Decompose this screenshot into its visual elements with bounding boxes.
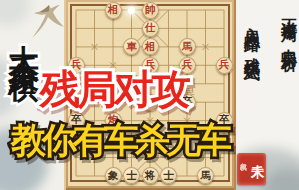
caption-secondary-text: 教你有车杀无车 — [11, 120, 228, 159]
piece-glyph: 相 — [108, 5, 119, 16]
thumbnail-stage: 大禾象棋 大禾象棋 — [0, 0, 299, 190]
piece-glyph: 士 — [163, 171, 174, 182]
piece-red-車[interactable]: 車 — [123, 38, 140, 55]
piece-glyph: 馬 — [182, 42, 193, 53]
piece-red-仕[interactable]: 仕 — [142, 20, 159, 37]
piece-red-兵[interactable]: 兵 — [216, 57, 233, 74]
piece-red-帥[interactable]: 帥 — [142, 2, 159, 19]
piece-glyph: 兵 — [219, 60, 230, 71]
caption-primary-text: 残局对攻 — [40, 67, 188, 111]
tagline-column-outer: 正谱布局 中局分析 — [279, 6, 299, 46]
piece-glyph: 馬 — [200, 171, 211, 182]
piece-glyph: 士 — [126, 171, 137, 182]
piece-glyph: 象 — [108, 171, 119, 182]
watercolor-wash — [0, 58, 20, 118]
piece-glyph: 仕 — [145, 23, 156, 34]
piece-glyph: 将 — [145, 171, 156, 182]
piece-red-相[interactable]: 相 — [105, 2, 122, 19]
piece-red-相[interactable]: 相 — [142, 38, 159, 55]
piece-black-士[interactable]: 士 — [160, 167, 177, 184]
piece-glyph: 車 — [126, 42, 137, 53]
piece-glyph: 帥 — [145, 5, 156, 16]
piece-glyph: 相 — [145, 42, 156, 53]
piece-red-馬[interactable]: 馬 — [179, 38, 196, 55]
caption-primary: 残局对攻 残局对攻 — [40, 62, 188, 117]
caption-secondary: 教你有车杀无车 教你有车杀无车 — [11, 117, 228, 164]
piece-black-馬[interactable]: 馬 — [197, 167, 214, 184]
brand-seal: 大禾 象棋 — [237, 153, 266, 185]
swallow-bird-icon — [26, 2, 66, 40]
piece-black-将[interactable]: 将 — [142, 167, 159, 184]
seal-main-text: 大禾 — [250, 154, 265, 156]
tagline-column-inner: 入局思路 残棋定式 — [242, 15, 262, 55]
piece-black-士[interactable]: 士 — [123, 167, 140, 184]
seal-sub-text: 象棋 — [239, 157, 247, 159]
last-move-marker — [128, 7, 135, 14]
right-panel: 入局思路 残棋定式 正谱布局 中局分析 大禾 象棋 — [236, 0, 299, 190]
piece-black-象[interactable]: 象 — [105, 167, 122, 184]
